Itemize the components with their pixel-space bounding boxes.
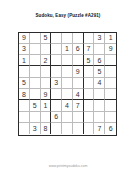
sudoku-cell-r6c2[interactable] [30, 89, 41, 100]
sudoku-cell-r3c2[interactable] [30, 55, 41, 66]
sudoku-cell-r5c4[interactable]: 3 [51, 78, 62, 89]
sudoku-cell-r7c8[interactable] [94, 100, 105, 111]
sudoku-cell-r4c1[interactable] [19, 66, 30, 77]
sudoku-cell-r2c6[interactable]: 6 [73, 44, 84, 55]
sudoku-cell-r9c4[interactable] [51, 123, 62, 134]
sudoku-cell-r4c9[interactable] [105, 66, 116, 77]
sudoku-cell-r1c4[interactable] [51, 33, 62, 44]
sudoku-cell-r6c4[interactable] [51, 89, 62, 100]
sudoku-cell-r7c2[interactable]: 5 [30, 100, 41, 111]
sudoku-cell-r7c4[interactable] [51, 100, 62, 111]
sudoku-cell-r5c2[interactable] [30, 78, 41, 89]
sudoku-cell-r9c8[interactable]: 7 [94, 123, 105, 134]
sudoku-cell-r4c6[interactable]: 9 [73, 66, 84, 77]
sudoku-cell-r8c6[interactable] [73, 112, 84, 123]
sudoku-cell-r4c2[interactable] [30, 66, 41, 77]
sudoku-cell-r1c2[interactable] [30, 33, 41, 44]
sudoku-cell-r8c7[interactable] [84, 112, 95, 123]
sudoku-cell-r9c7[interactable] [84, 123, 95, 134]
sudoku-cell-r6c5[interactable] [62, 89, 73, 100]
sudoku-cell-r1c8[interactable]: 3 [94, 33, 105, 44]
sudoku-cell-r2c2[interactable] [30, 44, 41, 55]
sudoku-cell-r6c9[interactable] [105, 89, 116, 100]
sudoku-cell-r9c6[interactable] [73, 123, 84, 134]
sudoku-cell-r2c9[interactable]: 9 [105, 44, 116, 55]
sudoku-cell-r6c7[interactable] [84, 89, 95, 100]
page-title: Sudoku, Easy (Puzzle #A291) [0, 13, 136, 19]
sudoku-cell-r8c1[interactable] [19, 112, 30, 123]
sudoku-cell-r3c8[interactable]: 6 [94, 55, 105, 66]
sudoku-board: 953131679125695534894514763876 [18, 32, 117, 136]
sudoku-cell-r1c1[interactable]: 9 [19, 33, 30, 44]
sudoku-cell-r8c4[interactable]: 6 [51, 112, 62, 123]
sudoku-cell-r1c3[interactable]: 5 [41, 33, 52, 44]
sudoku-cell-r5c5[interactable] [62, 78, 73, 89]
sudoku-cell-r1c7[interactable] [84, 33, 95, 44]
sudoku-cell-r1c9[interactable]: 1 [105, 33, 116, 44]
sudoku-cell-r2c3[interactable] [41, 44, 52, 55]
sudoku-cell-r7c5[interactable]: 4 [62, 100, 73, 111]
sudoku-cell-r6c3[interactable]: 9 [41, 89, 52, 100]
sudoku-cell-r8c3[interactable] [41, 112, 52, 123]
sudoku-cell-r7c3[interactable]: 1 [41, 100, 52, 111]
sudoku-cell-r2c7[interactable]: 7 [84, 44, 95, 55]
sudoku-cell-r8c2[interactable] [30, 112, 41, 123]
sudoku-cell-r9c3[interactable]: 8 [41, 123, 52, 134]
sudoku-cell-r4c4[interactable] [51, 66, 62, 77]
footer-url: www.printmysudoku.com [0, 164, 136, 168]
sudoku-cell-r3c9[interactable] [105, 55, 116, 66]
sudoku-cell-r9c2[interactable]: 3 [30, 123, 41, 134]
sudoku-cell-r5c1[interactable]: 5 [19, 78, 30, 89]
sudoku-cell-r2c1[interactable]: 3 [19, 44, 30, 55]
sudoku-cell-r3c3[interactable]: 2 [41, 55, 52, 66]
sudoku-cell-r7c1[interactable] [19, 100, 30, 111]
sudoku-cell-r9c1[interactable] [19, 123, 30, 134]
sudoku-cell-r4c5[interactable] [62, 66, 73, 77]
sudoku-cell-r1c6[interactable] [73, 33, 84, 44]
sudoku-cell-r8c8[interactable] [94, 112, 105, 123]
sudoku-cell-r2c5[interactable]: 1 [62, 44, 73, 55]
sudoku-cell-r7c7[interactable] [84, 100, 95, 111]
sudoku-cell-r4c3[interactable] [41, 66, 52, 77]
sudoku-cell-r6c8[interactable] [94, 89, 105, 100]
sudoku-sheet: Sudoku, Easy (Puzzle #A291) 953131679125… [0, 0, 136, 176]
sudoku-cell-r5c9[interactable] [105, 78, 116, 89]
sudoku-cell-r5c3[interactable] [41, 78, 52, 89]
sudoku-cell-r3c5[interactable] [62, 55, 73, 66]
sudoku-cell-r3c7[interactable]: 5 [84, 55, 95, 66]
sudoku-cell-r5c7[interactable] [84, 78, 95, 89]
sudoku-cell-r3c4[interactable] [51, 55, 62, 66]
sudoku-cell-r3c1[interactable]: 1 [19, 55, 30, 66]
sudoku-cell-r6c6[interactable]: 4 [73, 89, 84, 100]
sudoku-cell-r7c9[interactable] [105, 100, 116, 111]
sudoku-cell-r7c6[interactable]: 7 [73, 100, 84, 111]
sudoku-cell-r8c5[interactable] [62, 112, 73, 123]
sudoku-cell-r1c5[interactable] [62, 33, 73, 44]
sudoku-cell-r4c8[interactable]: 5 [94, 66, 105, 77]
sudoku-cell-r9c9[interactable]: 6 [105, 123, 116, 134]
sudoku-cell-r3c6[interactable] [73, 55, 84, 66]
sudoku-cell-r5c8[interactable]: 4 [94, 78, 105, 89]
sudoku-cell-r2c4[interactable] [51, 44, 62, 55]
sudoku-cell-r9c5[interactable] [62, 123, 73, 134]
sudoku-cell-r6c1[interactable]: 8 [19, 89, 30, 100]
sudoku-cell-r8c9[interactable] [105, 112, 116, 123]
sudoku-cell-r4c7[interactable] [84, 66, 95, 77]
sudoku-cell-r2c8[interactable] [94, 44, 105, 55]
sudoku-cell-r5c6[interactable] [73, 78, 84, 89]
